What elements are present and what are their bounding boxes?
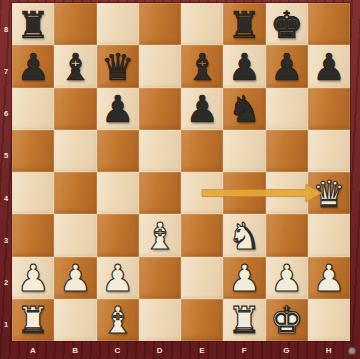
- white-king[interactable]: ♚: [270, 302, 303, 339]
- square-a7[interactable]: ♟: [12, 45, 54, 87]
- file-label-e: E: [181, 341, 223, 359]
- rank-label-2: 2: [0, 262, 12, 304]
- square-d1[interactable]: [139, 299, 181, 341]
- square-h6[interactable]: [308, 88, 350, 130]
- white-rook[interactable]: ♜: [228, 302, 261, 339]
- file-label-c: C: [97, 341, 139, 359]
- square-b1[interactable]: [54, 299, 96, 341]
- square-c1[interactable]: ♝: [97, 299, 139, 341]
- square-c2[interactable]: ♟: [97, 257, 139, 299]
- rank-label-4: 4: [0, 177, 12, 219]
- square-h2[interactable]: ♟: [308, 257, 350, 299]
- square-e8[interactable]: [181, 3, 223, 45]
- square-e6[interactable]: ♟: [181, 88, 223, 130]
- square-e1[interactable]: [181, 299, 223, 341]
- white-pawn[interactable]: ♟: [270, 260, 303, 297]
- file-label-g: G: [266, 341, 308, 359]
- square-e4[interactable]: [181, 172, 223, 214]
- square-f1[interactable]: ♜: [223, 299, 265, 341]
- file-label-f: F: [223, 341, 265, 359]
- square-a8[interactable]: ♜: [12, 3, 54, 45]
- chess-diagram: 87654321 ♜♜♚♟♝♛♝♟♟♟♟♟♞♛♝♞♟♟♟♟♟♟♜♝♜♚ ABCD…: [0, 0, 360, 359]
- square-b4[interactable]: [54, 172, 96, 214]
- square-c3[interactable]: [97, 214, 139, 256]
- rank-label-3: 3: [0, 219, 12, 261]
- square-b2[interactable]: ♟: [54, 257, 96, 299]
- white-rook[interactable]: ♜: [17, 302, 50, 339]
- white-pawn[interactable]: ♟: [17, 260, 50, 297]
- watermark-dot-icon: [348, 347, 356, 355]
- black-king[interactable]: ♚: [270, 7, 303, 44]
- square-d4[interactable]: [139, 172, 181, 214]
- square-f8[interactable]: ♜: [223, 3, 265, 45]
- rank-label-8: 8: [0, 8, 12, 50]
- square-a4[interactable]: [12, 172, 54, 214]
- square-d8[interactable]: [139, 3, 181, 45]
- black-pawn[interactable]: ♟: [186, 91, 219, 128]
- square-g5[interactable]: [266, 130, 308, 172]
- file-label-h: H: [308, 341, 350, 359]
- square-e2[interactable]: [181, 257, 223, 299]
- white-knight[interactable]: ♞: [228, 218, 261, 255]
- square-b5[interactable]: [54, 130, 96, 172]
- black-bishop[interactable]: ♝: [59, 49, 92, 86]
- square-c4[interactable]: [97, 172, 139, 214]
- black-knight[interactable]: ♞: [228, 91, 261, 128]
- square-d2[interactable]: [139, 257, 181, 299]
- file-label-b: B: [54, 341, 96, 359]
- square-f6[interactable]: ♞: [223, 88, 265, 130]
- square-g3[interactable]: [266, 214, 308, 256]
- white-bishop[interactable]: ♝: [101, 302, 134, 339]
- white-queen[interactable]: ♛: [312, 176, 345, 213]
- square-f4[interactable]: [223, 172, 265, 214]
- square-d5[interactable]: [139, 130, 181, 172]
- square-h4[interactable]: ♛: [308, 172, 350, 214]
- square-b3[interactable]: [54, 214, 96, 256]
- black-pawn[interactable]: ♟: [228, 49, 261, 86]
- square-b8[interactable]: [54, 3, 96, 45]
- square-h5[interactable]: [308, 130, 350, 172]
- black-queen[interactable]: ♛: [101, 49, 134, 86]
- black-rook[interactable]: ♜: [17, 7, 50, 44]
- square-a1[interactable]: ♜: [12, 299, 54, 341]
- square-f5[interactable]: [223, 130, 265, 172]
- square-d3[interactable]: ♝: [139, 214, 181, 256]
- square-b6[interactable]: [54, 88, 96, 130]
- square-e5[interactable]: [181, 130, 223, 172]
- square-b7[interactable]: ♝: [54, 45, 96, 87]
- file-labels: ABCDEFGH: [12, 341, 350, 359]
- rank-label-1: 1: [0, 304, 12, 346]
- square-e3[interactable]: [181, 214, 223, 256]
- black-pawn[interactable]: ♟: [17, 49, 50, 86]
- square-e7[interactable]: ♝: [181, 45, 223, 87]
- file-label-a: A: [12, 341, 54, 359]
- black-bishop[interactable]: ♝: [186, 49, 219, 86]
- black-pawn[interactable]: ♟: [312, 49, 345, 86]
- square-a2[interactable]: ♟: [12, 257, 54, 299]
- file-label-d: D: [139, 341, 181, 359]
- square-d6[interactable]: [139, 88, 181, 130]
- square-g4[interactable]: [266, 172, 308, 214]
- rank-label-5: 5: [0, 135, 12, 177]
- square-c5[interactable]: [97, 130, 139, 172]
- square-f3[interactable]: ♞: [223, 214, 265, 256]
- square-d7[interactable]: [139, 45, 181, 87]
- white-pawn[interactable]: ♟: [59, 260, 92, 297]
- square-g7[interactable]: ♟: [266, 45, 308, 87]
- square-g6[interactable]: [266, 88, 308, 130]
- black-rook[interactable]: ♜: [228, 7, 261, 44]
- rank-label-6: 6: [0, 93, 12, 135]
- white-pawn[interactable]: ♟: [312, 260, 345, 297]
- square-h3[interactable]: [308, 214, 350, 256]
- rank-label-7: 7: [0, 50, 12, 92]
- white-pawn[interactable]: ♟: [228, 260, 261, 297]
- square-g1[interactable]: ♚: [266, 299, 308, 341]
- square-h8[interactable]: [308, 3, 350, 45]
- square-c8[interactable]: [97, 3, 139, 45]
- square-a5[interactable]: [12, 130, 54, 172]
- square-a3[interactable]: [12, 214, 54, 256]
- square-h7[interactable]: ♟: [308, 45, 350, 87]
- square-c6[interactable]: ♟: [97, 88, 139, 130]
- white-bishop[interactable]: ♝: [143, 218, 176, 255]
- black-pawn[interactable]: ♟: [101, 91, 134, 128]
- chess-board[interactable]: ♜♜♚♟♝♛♝♟♟♟♟♟♞♛♝♞♟♟♟♟♟♟♜♝♜♚: [12, 3, 350, 341]
- square-a6[interactable]: [12, 88, 54, 130]
- square-g8[interactable]: ♚: [266, 3, 308, 45]
- square-h1[interactable]: [308, 299, 350, 341]
- square-g2[interactable]: ♟: [266, 257, 308, 299]
- square-c7[interactable]: ♛: [97, 45, 139, 87]
- square-f7[interactable]: ♟: [223, 45, 265, 87]
- rank-labels: 87654321: [0, 3, 12, 341]
- square-f2[interactable]: ♟: [223, 257, 265, 299]
- white-pawn[interactable]: ♟: [101, 260, 134, 297]
- black-pawn[interactable]: ♟: [270, 49, 303, 86]
